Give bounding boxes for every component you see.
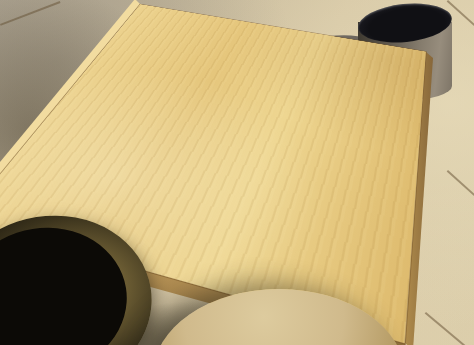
white-stone-bowl	[0, 216, 152, 345]
go-game-scene	[0, 0, 474, 345]
